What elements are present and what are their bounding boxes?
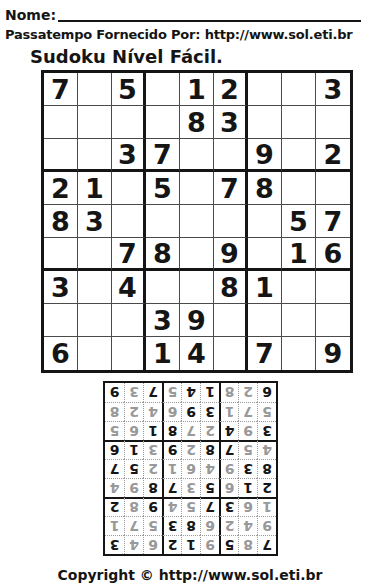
solution-cell-r4c2: 1 <box>238 478 257 497</box>
solution-cell-r4c6: 7 <box>162 478 181 497</box>
puzzle-cell-r4c5[interactable] <box>180 172 214 205</box>
solution-cell-r6c7: 3 <box>143 440 162 459</box>
puzzle-cell-r9c6[interactable] <box>214 337 248 370</box>
solution-cell-r6c4: 8 <box>200 440 219 459</box>
solution-cell-r5c5: 6 <box>181 459 200 478</box>
puzzle-cell-r3c6[interactable] <box>214 139 248 172</box>
puzzle-cell-r1c9[interactable]: 3 <box>316 73 350 106</box>
solution-cell-r1c1: 7 <box>257 535 276 554</box>
solution-cell-r6c5: 2 <box>181 440 200 459</box>
puzzle-cell-r8c3[interactable] <box>112 304 146 337</box>
puzzle-cell-r9c3[interactable] <box>112 337 146 370</box>
puzzle-cell-r1c8[interactable] <box>282 73 316 106</box>
solution-cell-r3c8: 8 <box>124 497 143 516</box>
solution-cell-r1c6: 2 <box>162 535 181 554</box>
solution-cell-r6c6: 9 <box>162 440 181 459</box>
solution-cell-r2c3: 2 <box>219 516 238 535</box>
solution-cell-r6c9: 6 <box>105 440 124 459</box>
puzzle-cell-r6c3[interactable]: 7 <box>112 238 146 271</box>
solution-cell-r8c4: 3 <box>200 402 219 421</box>
puzzle-cell-r7c6[interactable]: 8 <box>214 271 248 304</box>
puzzle-cell-r4c9[interactable] <box>316 172 350 205</box>
solution-cell-r3c1: 1 <box>257 497 276 516</box>
puzzle-cell-r5c7[interactable] <box>248 205 282 238</box>
puzzle-cell-r3c3[interactable]: 3 <box>112 139 146 172</box>
solution-cell-r4c4: 5 <box>200 478 219 497</box>
puzzle-cell-r9c8[interactable] <box>282 337 316 370</box>
solution-cell-r5c4: 4 <box>200 459 219 478</box>
page-title: Sudoku Nível Fácil. <box>30 46 375 67</box>
puzzle-cell-r2c2[interactable] <box>78 106 112 139</box>
puzzle-cell-r7c1[interactable]: 3 <box>44 271 78 304</box>
solution-cell-r2c9: 1 <box>105 516 124 535</box>
solution-cell-r2c2: 4 <box>238 516 257 535</box>
worksheet-page: Nome: Passatempo Fornecido Por: http://w… <box>0 0 380 583</box>
puzzle-cell-r5c8[interactable]: 5 <box>282 205 316 238</box>
puzzle-cell-r5c2[interactable]: 3 <box>78 205 112 238</box>
puzzle-cell-r9c1[interactable]: 6 <box>44 337 78 370</box>
puzzle-cell-r3c1[interactable] <box>44 139 78 172</box>
puzzle-cell-r6c2[interactable] <box>78 238 112 271</box>
solution-cell-r7c8: 6 <box>124 421 143 440</box>
puzzle-cell-r7c5[interactable] <box>180 271 214 304</box>
puzzle-cell-r6c5[interactable] <box>180 238 214 271</box>
solution-cell-r1c3: 5 <box>219 535 238 554</box>
puzzle-cell-r5c9[interactable]: 7 <box>316 205 350 238</box>
puzzle-cell-r2c4[interactable] <box>146 106 180 139</box>
solution-cell-r9c4: 1 <box>200 383 219 402</box>
puzzle-cell-r4c4[interactable]: 5 <box>146 172 180 205</box>
puzzle-cell-r1c4[interactable] <box>146 73 180 106</box>
copyright-line: Copyright © http://www.sol.eti.br <box>5 567 375 583</box>
puzzle-cell-r8c2[interactable] <box>78 304 112 337</box>
puzzle-cell-r6c1[interactable] <box>44 238 78 271</box>
puzzle-cell-r5c4[interactable] <box>146 205 180 238</box>
puzzle-cell-r9c9[interactable]: 9 <box>316 337 350 370</box>
solution-cell-r5c6: 1 <box>162 459 181 478</box>
puzzle-cell-r4c7[interactable]: 8 <box>248 172 282 205</box>
puzzle-cell-r3c5[interactable] <box>180 139 214 172</box>
name-row: Nome: <box>5 6 375 23</box>
solution-cell-r7c5: 7 <box>181 421 200 440</box>
solution-cell-r6c3: 7 <box>219 440 238 459</box>
solution-cell-r9c5: 4 <box>181 383 200 402</box>
puzzle-cell-r3c4[interactable]: 7 <box>146 139 180 172</box>
solution-cell-r1c2: 8 <box>238 535 257 554</box>
solution-cell-r3c6: 4 <box>162 497 181 516</box>
puzzle-cell-r9c7[interactable]: 7 <box>248 337 282 370</box>
solution-cell-r8c2: 7 <box>238 402 257 421</box>
solution-cell-r2c5: 8 <box>181 516 200 535</box>
name-fill-line <box>58 19 361 22</box>
solution-cell-r1c5: 1 <box>181 535 200 554</box>
solution-cell-r3c3: 3 <box>219 497 238 516</box>
solution-cell-r8c3: 1 <box>219 402 238 421</box>
puzzle-cell-r3c2[interactable] <box>78 139 112 172</box>
solution-cell-r6c1: 4 <box>257 440 276 459</box>
puzzle-cell-r5c6[interactable] <box>214 205 248 238</box>
puzzle-cell-r4c2[interactable]: 1 <box>78 172 112 205</box>
puzzle-cell-r4c8[interactable] <box>282 172 316 205</box>
solution-cell-r3c7: 9 <box>143 497 162 516</box>
solution-cell-r8c6: 6 <box>162 402 181 421</box>
puzzle-cell-r8c4[interactable]: 3 <box>146 304 180 337</box>
solution-cell-r4c9: 4 <box>105 478 124 497</box>
puzzle-cell-r4c1[interactable]: 2 <box>44 172 78 205</box>
solution-cell-r1c8: 4 <box>124 535 143 554</box>
solution-cell-r4c1: 2 <box>257 478 276 497</box>
puzzle-cell-r4c6[interactable]: 7 <box>214 172 248 205</box>
puzzle-cell-r6c9[interactable]: 6 <box>316 238 350 271</box>
solution-cell-r1c9: 3 <box>105 535 124 554</box>
solution-cell-r3c9: 2 <box>105 497 124 516</box>
puzzle-cell-r1c7[interactable] <box>248 73 282 106</box>
puzzle-cell-r1c1[interactable]: 7 <box>44 73 78 106</box>
puzzle-cell-r2c9[interactable] <box>316 106 350 139</box>
puzzle-cell-r8c1[interactable] <box>44 304 78 337</box>
solution-cell-r3c4: 7 <box>200 497 219 516</box>
puzzle-cell-r9c4[interactable]: 1 <box>146 337 180 370</box>
solution-cell-r4c5: 3 <box>181 478 200 497</box>
solution-cell-r2c4: 6 <box>200 516 219 535</box>
solution-cell-r9c2: 2 <box>238 383 257 402</box>
solution-cell-r6c2: 5 <box>238 440 257 459</box>
solution-cell-r8c9: 8 <box>105 402 124 421</box>
puzzle-cell-r1c6[interactable]: 2 <box>214 73 248 106</box>
solution-cell-r9c6: 5 <box>162 383 181 402</box>
puzzle-cell-r7c7[interactable]: 1 <box>248 271 282 304</box>
solution-cell-r7c6: 8 <box>162 421 181 440</box>
solution-cell-r9c1: 6 <box>257 383 276 402</box>
puzzle-grid-wrap: 751238337922157883577891634813961479 <box>41 70 375 373</box>
puzzle-cell-r9c2[interactable] <box>78 337 112 370</box>
puzzle-cell-r3c9[interactable]: 2 <box>316 139 350 172</box>
solution-cell-r9c9: 9 <box>105 383 124 402</box>
puzzle-cell-r8c5[interactable]: 9 <box>180 304 214 337</box>
puzzle-cell-r6c4[interactable]: 8 <box>146 238 180 271</box>
solution-cell-r5c1: 8 <box>257 459 276 478</box>
puzzle-cell-r2c8[interactable] <box>282 106 316 139</box>
solution-cell-r2c1: 9 <box>257 516 276 535</box>
solution-cell-r5c7: 2 <box>143 459 162 478</box>
solution-cell-r5c2: 3 <box>238 459 257 478</box>
provider-line: Passatempo Fornecido Por: http://www.sol… <box>5 27 375 42</box>
solution-cell-r9c8: 3 <box>124 383 143 402</box>
solution-cell-r9c7: 7 <box>143 383 162 402</box>
solution-cell-r7c9: 5 <box>105 421 124 440</box>
puzzle-cell-r3c8[interactable] <box>282 139 316 172</box>
solution-cell-r8c1: 5 <box>257 402 276 421</box>
puzzle-cell-r2c3[interactable] <box>112 106 146 139</box>
puzzle-cell-r6c7[interactable] <box>248 238 282 271</box>
solution-cell-r3c2: 6 <box>238 497 257 516</box>
solution-cell-r7c1: 3 <box>257 421 276 440</box>
puzzle-cell-r8c7[interactable] <box>248 304 282 337</box>
puzzle-cell-r2c6[interactable]: 3 <box>214 106 248 139</box>
puzzle-cell-r7c8[interactable] <box>282 271 316 304</box>
puzzle-cell-r5c5[interactable] <box>180 205 214 238</box>
solution-cell-r3c5: 5 <box>181 497 200 516</box>
puzzle-cell-r1c2[interactable] <box>78 73 112 106</box>
puzzle-cell-r7c4[interactable] <box>146 271 180 304</box>
solution-cell-r7c3: 4 <box>219 421 238 440</box>
solution-cell-r2c7: 5 <box>143 516 162 535</box>
puzzle-cell-r2c1[interactable] <box>44 106 78 139</box>
solution-cell-r8c8: 2 <box>124 402 143 421</box>
solution-cell-r6c8: 1 <box>124 440 143 459</box>
solution-cell-r4c8: 9 <box>124 478 143 497</box>
solution-cell-r2c6: 3 <box>162 516 181 535</box>
puzzle-cell-r1c5[interactable]: 1 <box>180 73 214 106</box>
puzzle-cell-r8c8[interactable] <box>282 304 316 337</box>
solution-cell-r4c3: 6 <box>219 478 238 497</box>
puzzle-cell-r1c3[interactable]: 5 <box>112 73 146 106</box>
sudoku-puzzle-grid: 751238337922157883577891634813961479 <box>41 70 353 373</box>
puzzle-cell-r6c8[interactable]: 1 <box>282 238 316 271</box>
solution-cell-r8c5: 9 <box>181 402 200 421</box>
puzzle-cell-r4c3[interactable] <box>112 172 146 205</box>
puzzle-cell-r8c9[interactable] <box>316 304 350 337</box>
name-label: Nome: <box>5 7 56 23</box>
solution-cell-r7c2: 9 <box>238 421 257 440</box>
solution-cell-r5c3: 9 <box>219 459 238 478</box>
puzzle-cell-r2c5[interactable]: 8 <box>180 106 214 139</box>
puzzle-cell-r7c3[interactable]: 4 <box>112 271 146 304</box>
puzzle-cell-r2c7[interactable] <box>248 106 282 139</box>
solution-cell-r4c7: 8 <box>143 478 162 497</box>
puzzle-cell-r7c2[interactable] <box>78 271 112 304</box>
puzzle-cell-r3c7[interactable]: 9 <box>248 139 282 172</box>
puzzle-cell-r6c6[interactable]: 9 <box>214 238 248 271</box>
solution-cell-r9c3: 8 <box>219 383 238 402</box>
puzzle-cell-r8c6[interactable] <box>214 304 248 337</box>
puzzle-cell-r7c9[interactable] <box>316 271 350 304</box>
solution-cell-r1c4: 9 <box>200 535 219 554</box>
puzzle-cell-r5c3[interactable] <box>112 205 146 238</box>
solution-cell-r2c8: 7 <box>124 516 143 535</box>
puzzle-cell-r5c1[interactable]: 8 <box>44 205 78 238</box>
sudoku-solution-grid-upside-down: 7859126439426835711637549822165378948394… <box>103 381 278 556</box>
puzzle-cell-r9c5[interactable]: 4 <box>180 337 214 370</box>
solution-cell-r5c8: 5 <box>124 459 143 478</box>
solution-cell-r8c7: 4 <box>143 402 162 421</box>
solution-cell-r7c4: 2 <box>200 421 219 440</box>
solution-cell-r1c7: 6 <box>143 535 162 554</box>
solution-cell-r5c9: 7 <box>105 459 124 478</box>
solution-cell-r7c7: 1 <box>143 421 162 440</box>
